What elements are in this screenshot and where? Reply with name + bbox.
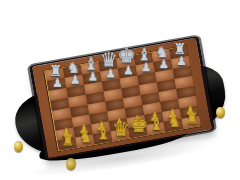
silver-pawn-piece[interactable]: ♟ bbox=[52, 77, 63, 89]
square-c1[interactable]: ♝ bbox=[93, 131, 112, 144]
silver-pawn-piece[interactable]: ♟ bbox=[123, 64, 134, 76]
square-f1[interactable]: ♝ bbox=[146, 122, 165, 135]
silver-pawn-piece[interactable]: ♟ bbox=[88, 71, 99, 83]
board-foot-front bbox=[66, 158, 76, 170]
silver-pawn-piece[interactable]: ♟ bbox=[105, 68, 116, 80]
gold-knight-piece[interactable]: ♞ bbox=[168, 115, 181, 130]
gold-queen-piece[interactable]: ♛ bbox=[112, 119, 130, 139]
chessboard-squares: ♜♞♝♛♚♝♞♜♟♟♟♟♟♟♟♟♟♟♟♟♟♟♟♟♜♞♝♛♚♝♞♜ bbox=[44, 46, 200, 152]
silver-pawn-piece[interactable]: ♟ bbox=[141, 61, 152, 73]
gold-knight-piece[interactable]: ♞ bbox=[79, 130, 92, 145]
square-d1[interactable]: ♛ bbox=[111, 128, 130, 141]
board-foot-right bbox=[216, 107, 225, 118]
square-g1[interactable]: ♞ bbox=[164, 119, 183, 132]
square-h1[interactable]: ♜ bbox=[182, 116, 201, 129]
square-b1[interactable]: ♞ bbox=[75, 134, 94, 147]
silver-pawn-piece[interactable]: ♟ bbox=[158, 58, 169, 70]
board-foot-left bbox=[14, 141, 23, 152]
silver-pawn-piece[interactable]: ♟ bbox=[176, 55, 187, 67]
square-e1[interactable]: ♚ bbox=[128, 125, 147, 138]
gold-rook-piece[interactable]: ♜ bbox=[61, 133, 74, 148]
gold-bishop-piece[interactable]: ♝ bbox=[149, 116, 164, 133]
product-photo: ♜♞♝♛♚♝♞♜♟♟♟♟♟♟♟♟♟♟♟♟♟♟♟♟♜♞♝♛♚♝♞♜ bbox=[0, 0, 240, 180]
silver-pawn-piece[interactable]: ♟ bbox=[70, 74, 81, 86]
gold-bishop-piece[interactable]: ♝ bbox=[96, 125, 111, 142]
gold-rook-piece[interactable]: ♜ bbox=[185, 112, 198, 127]
square-a1[interactable]: ♜ bbox=[57, 138, 76, 151]
